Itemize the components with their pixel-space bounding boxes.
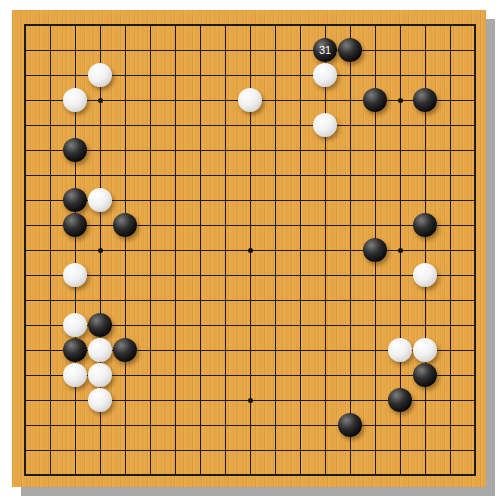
white-stone	[63, 363, 87, 387]
star-point	[248, 248, 253, 253]
white-stone	[88, 388, 112, 412]
black-stone: 31	[313, 38, 337, 62]
black-stone	[338, 38, 362, 62]
grid-line-horizontal	[25, 275, 476, 276]
grid-line-vertical	[300, 25, 301, 476]
grid-line-vertical	[350, 25, 351, 476]
white-stone	[388, 338, 412, 362]
white-stone	[413, 263, 437, 287]
star-point	[98, 248, 103, 253]
white-stone	[88, 63, 112, 87]
grid-line-horizontal	[25, 450, 476, 451]
black-stone	[63, 138, 87, 162]
grid-line-vertical	[325, 25, 326, 476]
black-stone	[363, 238, 387, 262]
grid-line-horizontal	[25, 425, 476, 426]
black-stone	[413, 88, 437, 112]
white-stone	[413, 338, 437, 362]
white-stone	[63, 263, 87, 287]
white-stone	[88, 338, 112, 362]
white-stone	[238, 88, 262, 112]
black-stone	[63, 213, 87, 237]
grid-line-vertical	[450, 25, 451, 476]
white-stone	[88, 363, 112, 387]
white-stone	[63, 88, 87, 112]
black-stone	[63, 188, 87, 212]
black-stone	[338, 413, 362, 437]
black-stone	[113, 338, 137, 362]
star-point	[398, 248, 403, 253]
black-stone	[413, 363, 437, 387]
star-point	[398, 98, 403, 103]
star-point	[248, 398, 253, 403]
black-stone	[388, 388, 412, 412]
grid-line-vertical	[275, 25, 276, 476]
move-number-label: 31	[319, 45, 331, 56]
star-point	[98, 98, 103, 103]
black-stone	[113, 213, 137, 237]
black-stone	[88, 313, 112, 337]
white-stone	[313, 113, 337, 137]
white-stone	[88, 188, 112, 212]
black-stone	[413, 213, 437, 237]
go-board[interactable]: 31	[12, 10, 486, 487]
black-stone	[63, 338, 87, 362]
white-stone	[313, 63, 337, 87]
white-stone	[63, 313, 87, 337]
black-stone	[363, 88, 387, 112]
grid-line-horizontal	[25, 300, 476, 301]
